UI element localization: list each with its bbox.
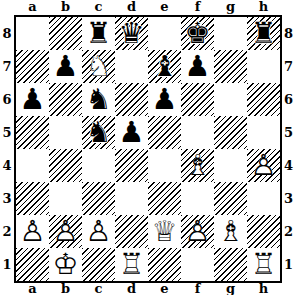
white-pawn: ♟♙ (247, 149, 280, 182)
white-bishop: ♝♗ (181, 149, 214, 182)
piece-glyph: ♞ (82, 83, 115, 116)
square-c7[interactable]: ♞♘ (82, 50, 115, 83)
square-f8[interactable]: ♚ (181, 17, 214, 50)
square-c1[interactable] (82, 248, 115, 281)
square-d1[interactable]: ♜♖ (115, 248, 148, 281)
rank-label-4: 4 (282, 149, 295, 182)
file-label-b: b (49, 0, 82, 14)
square-e4[interactable] (148, 149, 181, 182)
square-e2[interactable]: ♛♕ (148, 215, 181, 248)
rank-label-3: 3 (282, 182, 295, 215)
square-h6[interactable] (247, 83, 280, 116)
white-bishop: ♝♗ (214, 215, 247, 248)
square-c5[interactable]: ♞ (82, 116, 115, 149)
file-label-g: g (214, 0, 247, 14)
square-a1[interactable] (16, 248, 49, 281)
white-pawn: ♟♙ (16, 215, 49, 248)
square-a2[interactable]: ♟♙ (16, 215, 49, 248)
square-f2[interactable]: ♟♙ (181, 215, 214, 248)
square-c3[interactable] (82, 182, 115, 215)
black-pawn: ♟ (181, 50, 214, 83)
piece-glyph: ♕ (148, 215, 181, 248)
chess-board: ♜♛♚♜♟♞♘♝♟♟♞♟♞♟♝♗♟♙♟♙♟♙♟♙♛♕♟♙♝♗♚♔♜♖♜♖ (14, 15, 282, 283)
square-d2[interactable] (115, 215, 148, 248)
square-d4[interactable] (115, 149, 148, 182)
rank-label-7: 7 (282, 50, 295, 83)
white-rook: ♜♖ (115, 248, 148, 281)
piece-glyph: ♟ (49, 50, 82, 83)
file-label-a: a (16, 283, 49, 295)
file-label-f: f (181, 283, 214, 295)
file-label-d: d (115, 0, 148, 14)
rank-label-8: 8 (282, 17, 295, 50)
piece-glyph: ♚ (181, 17, 214, 50)
square-b2[interactable]: ♟♙ (49, 215, 82, 248)
rank-label-5: 5 (0, 116, 14, 149)
piece-glyph: ♖ (115, 248, 148, 281)
square-e3[interactable] (148, 182, 181, 215)
square-b8[interactable] (49, 17, 82, 50)
file-label-e: e (148, 0, 181, 14)
square-c6[interactable]: ♞ (82, 83, 115, 116)
square-e8[interactable] (148, 17, 181, 50)
rank-labels-right: 87654321 (282, 17, 295, 281)
file-label-f: f (181, 0, 214, 14)
white-king: ♚♔ (49, 248, 82, 281)
piece-glyph: ♗ (181, 149, 214, 182)
file-label-c: c (82, 283, 115, 295)
square-f7[interactable]: ♟ (181, 50, 214, 83)
file-labels-bottom: abcdefgh (16, 283, 280, 295)
rank-label-2: 2 (282, 215, 295, 248)
piece-glyph: ♙ (181, 215, 214, 248)
rank-label-4: 4 (0, 149, 14, 182)
piece-glyph: ♙ (247, 149, 280, 182)
square-d3[interactable] (115, 182, 148, 215)
square-a5[interactable] (16, 116, 49, 149)
square-g4[interactable] (214, 149, 247, 182)
square-a7[interactable] (16, 50, 49, 83)
square-g5[interactable] (214, 116, 247, 149)
piece-glyph: ♟ (115, 116, 148, 149)
piece-glyph: ♙ (82, 215, 115, 248)
square-g2[interactable]: ♝♗ (214, 215, 247, 248)
square-h4[interactable]: ♟♙ (247, 149, 280, 182)
file-label-b: b (49, 283, 82, 295)
square-c2[interactable]: ♟♙ (82, 215, 115, 248)
rank-label-7: 7 (0, 50, 14, 83)
rank-labels-left: 87654321 (0, 17, 14, 281)
piece-glyph: ♖ (247, 248, 280, 281)
rank-label-1: 1 (0, 248, 14, 281)
square-f3[interactable] (181, 182, 214, 215)
square-h2[interactable] (247, 215, 280, 248)
square-h1[interactable]: ♜♖ (247, 248, 280, 281)
black-queen: ♛ (115, 17, 148, 50)
piece-glyph: ♙ (16, 215, 49, 248)
file-label-h: h (247, 283, 280, 295)
square-f1[interactable] (181, 248, 214, 281)
square-d8[interactable]: ♛ (115, 17, 148, 50)
square-a3[interactable] (16, 182, 49, 215)
black-knight: ♞ (82, 116, 115, 149)
black-pawn: ♟ (16, 83, 49, 116)
square-h7[interactable] (247, 50, 280, 83)
piece-glyph: ♟ (16, 83, 49, 116)
square-e1[interactable] (148, 248, 181, 281)
black-rook: ♜ (247, 17, 280, 50)
white-queen: ♛♕ (148, 215, 181, 248)
square-a4[interactable] (16, 149, 49, 182)
file-label-g: g (214, 283, 247, 295)
square-g1[interactable] (214, 248, 247, 281)
square-b5[interactable] (49, 116, 82, 149)
square-a8[interactable] (16, 17, 49, 50)
square-h5[interactable] (247, 116, 280, 149)
white-rook: ♜♖ (247, 248, 280, 281)
file-label-h: h (247, 0, 280, 14)
file-label-a: a (16, 0, 49, 14)
rank-label-5: 5 (282, 116, 295, 149)
square-d7[interactable] (115, 50, 148, 83)
piece-glyph: ♘ (82, 50, 115, 83)
chess-diagram: abcdefgh 87654321 ♜♛♚♜♟♞♘♝♟♟♞♟♞♟♝♗♟♙♟♙♟♙… (0, 0, 295, 295)
square-g8[interactable] (214, 17, 247, 50)
square-e5[interactable] (148, 116, 181, 149)
square-d6[interactable] (115, 83, 148, 116)
piece-glyph: ♟ (181, 50, 214, 83)
square-g7[interactable] (214, 50, 247, 83)
piece-glyph: ♗ (214, 215, 247, 248)
rank-label-6: 6 (282, 83, 295, 116)
square-b1[interactable]: ♚♔ (49, 248, 82, 281)
file-labels-top: abcdefgh (16, 0, 280, 14)
square-b4[interactable] (49, 149, 82, 182)
square-b7[interactable]: ♟ (49, 50, 82, 83)
piece-glyph: ♜ (82, 17, 115, 50)
square-f6[interactable] (181, 83, 214, 116)
square-e6[interactable]: ♟ (148, 83, 181, 116)
white-pawn: ♟♙ (82, 215, 115, 248)
piece-glyph: ♔ (49, 248, 82, 281)
rank-label-6: 6 (0, 83, 14, 116)
black-rook: ♜ (82, 17, 115, 50)
piece-glyph: ♞ (82, 116, 115, 149)
white-pawn: ♟♙ (181, 215, 214, 248)
square-c4[interactable] (82, 149, 115, 182)
square-g6[interactable] (214, 83, 247, 116)
square-b6[interactable] (49, 83, 82, 116)
square-c8[interactable]: ♜ (82, 17, 115, 50)
piece-glyph: ♙ (49, 215, 82, 248)
black-knight: ♞ (82, 83, 115, 116)
black-pawn: ♟ (115, 116, 148, 149)
rank-label-3: 3 (0, 182, 14, 215)
rank-label-8: 8 (0, 17, 14, 50)
square-f4[interactable]: ♝♗ (181, 149, 214, 182)
black-king: ♚ (181, 17, 214, 50)
white-pawn: ♟♙ (49, 215, 82, 248)
square-e7[interactable]: ♝ (148, 50, 181, 83)
file-label-e: e (148, 283, 181, 295)
black-pawn: ♟ (49, 50, 82, 83)
square-h3[interactable] (247, 182, 280, 215)
piece-glyph: ♜ (247, 17, 280, 50)
square-a6[interactable]: ♟ (16, 83, 49, 116)
white-knight: ♞♘ (82, 50, 115, 83)
piece-glyph: ♝ (148, 50, 181, 83)
piece-glyph: ♛ (115, 17, 148, 50)
file-label-d: d (115, 283, 148, 295)
rank-label-2: 2 (0, 215, 14, 248)
square-d5[interactable]: ♟ (115, 116, 148, 149)
square-b3[interactable] (49, 182, 82, 215)
file-label-c: c (82, 0, 115, 14)
black-pawn: ♟ (148, 83, 181, 116)
square-h8[interactable]: ♜ (247, 17, 280, 50)
piece-glyph: ♟ (148, 83, 181, 116)
black-bishop: ♝ (148, 50, 181, 83)
rank-label-1: 1 (282, 248, 295, 281)
square-g3[interactable] (214, 182, 247, 215)
square-f5[interactable] (181, 116, 214, 149)
